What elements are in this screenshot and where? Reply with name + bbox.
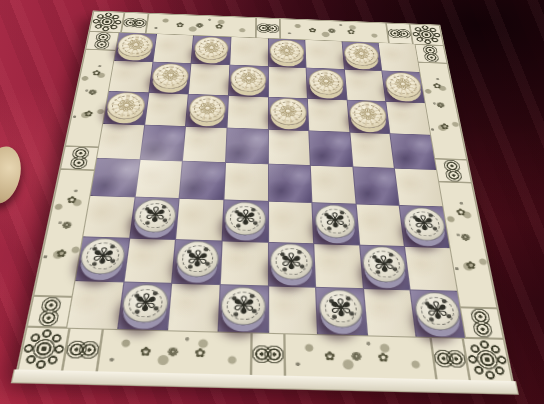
piece-blue[interactable]: ✾ [221, 286, 266, 326]
square-a6[interactable] [83, 196, 134, 237]
piece-blue[interactable]: ✾ [270, 243, 313, 280]
piece-white[interactable]: ❁ [193, 36, 229, 60]
blue-carving-icon: ✾ [186, 248, 210, 271]
blue-carving-icon: ✾ [324, 211, 346, 232]
square-e8[interactable] [269, 286, 318, 334]
circle-medallion-icon [415, 44, 448, 63]
square-d6[interactable]: ✾ [223, 200, 268, 241]
square-a2[interactable] [109, 61, 152, 92]
square-e3[interactable]: ❁ [268, 97, 308, 130]
circle-medallion-icon [60, 146, 99, 170]
piece-white[interactable]: ❁ [270, 39, 305, 63]
square-b7[interactable] [124, 238, 175, 282]
square-e7[interactable]: ✾ [269, 242, 316, 286]
piece-white[interactable]: ❁ [349, 101, 388, 129]
square-d2[interactable]: ❁ [229, 65, 268, 96]
square-c7[interactable]: ✾ [173, 240, 222, 284]
square-g6[interactable] [356, 205, 404, 246]
white-carving-icon: ❁ [126, 38, 146, 53]
square-a5[interactable] [91, 159, 140, 197]
blue-carving-icon: ✾ [132, 291, 158, 316]
white-carving-icon: ❁ [197, 100, 217, 117]
circle-medallion-icon [434, 158, 472, 182]
piece-white[interactable]: ❁ [308, 69, 345, 95]
square-e5[interactable] [268, 164, 311, 202]
square-b6[interactable]: ✾ [130, 198, 179, 239]
piece-white[interactable]: ❁ [230, 66, 266, 92]
piece-white[interactable]: ❁ [270, 98, 307, 126]
square-d4[interactable] [226, 128, 268, 163]
piece-blue[interactable]: ✾ [402, 207, 447, 241]
square-a3[interactable]: ❁ [103, 91, 148, 124]
piece-blue[interactable]: ✾ [224, 201, 266, 235]
square-h7[interactable] [405, 246, 456, 290]
square-f1[interactable] [305, 40, 343, 69]
white-carving-icon: ❁ [202, 41, 221, 56]
square-b2[interactable]: ❁ [149, 62, 191, 93]
photo-scene: ✿ ❁ ✿ ✿ ❁ ✿ ✿ ❁ ✿ ✿ ❁ ✿ ❁❁❁❁❁❁❁❁❁❁❁❁✾✾✾✾… [0, 0, 544, 404]
square-h3[interactable] [387, 101, 431, 134]
piece-blue[interactable]: ✾ [121, 283, 170, 323]
square-g2[interactable] [345, 70, 386, 101]
square-a1[interactable]: ❁ [114, 33, 156, 62]
square-c2[interactable] [189, 64, 229, 95]
piece-blue[interactable]: ✾ [78, 238, 127, 275]
board-grid: ❁❁❁❁❁❁❁❁❁❁❁❁✾✾✾✾✾✾✾✾✾✾✾✾ [67, 33, 465, 338]
square-a4[interactable] [97, 124, 144, 160]
board-wrap: ✿ ❁ ✿ ✿ ❁ ✿ ✿ ❁ ✿ ✿ ❁ ✿ ❁❁❁❁❁❁❁❁❁❁❁❁✾✾✾✾… [63, 0, 473, 393]
square-h6[interactable]: ✾ [400, 206, 449, 247]
square-c8[interactable] [168, 284, 219, 332]
rosette-medallion-icon [409, 24, 443, 46]
circle-medallion-icon [27, 296, 73, 328]
blue-carving-icon: ✾ [280, 250, 302, 273]
floral-openwork-tile: ✿ ❁ ✿ [284, 333, 436, 380]
square-g1[interactable]: ❁ [342, 41, 381, 70]
square-h2[interactable]: ❁ [383, 71, 425, 102]
circle-medallion-icon [121, 12, 149, 33]
piece-white[interactable]: ❁ [106, 92, 147, 120]
blue-carving-icon: ✾ [90, 245, 116, 268]
square-h8[interactable]: ✾ [411, 290, 465, 338]
piece-blue[interactable]: ✾ [413, 291, 462, 331]
square-b1[interactable] [153, 34, 193, 63]
white-carving-icon: ❁ [352, 47, 371, 62]
square-h5[interactable] [395, 169, 442, 207]
piece-blue[interactable]: ✾ [175, 241, 220, 278]
square-f8[interactable]: ✾ [316, 288, 366, 336]
white-carving-icon: ❁ [278, 44, 296, 59]
square-c4[interactable] [183, 127, 226, 163]
piece-blue[interactable]: ✾ [132, 199, 177, 233]
square-g4[interactable] [350, 132, 394, 167]
blue-carving-icon: ✾ [232, 293, 256, 318]
square-f5[interactable] [311, 166, 355, 204]
rosette-medallion-icon [89, 11, 124, 33]
square-a8[interactable] [67, 281, 123, 329]
square-g5[interactable] [353, 167, 399, 205]
square-g7[interactable]: ✾ [360, 245, 410, 289]
square-c5[interactable] [180, 161, 225, 199]
square-d5[interactable] [224, 163, 267, 201]
blue-carving-icon: ✾ [143, 205, 167, 226]
blue-carving-icon: ✾ [424, 299, 450, 324]
circle-medallion-icon [251, 332, 285, 376]
piece-white[interactable]: ❁ [384, 72, 423, 98]
white-carving-icon: ❁ [358, 106, 379, 123]
square-h4[interactable] [391, 134, 436, 169]
white-carving-icon: ❁ [279, 103, 298, 120]
floral-openwork-tile: ✿ ❁ ✿ [97, 329, 252, 376]
circle-medallion-icon [460, 307, 504, 339]
square-e2[interactable] [268, 67, 307, 98]
circle-medallion-icon [256, 18, 280, 39]
piece-white[interactable]: ❁ [116, 33, 154, 57]
square-c3[interactable]: ❁ [186, 94, 228, 127]
blue-carving-icon: ✾ [372, 253, 396, 276]
circle-medallion-icon [85, 31, 119, 50]
blue-carving-icon: ✾ [412, 213, 436, 234]
square-a7[interactable]: ✾ [76, 237, 129, 281]
square-b5[interactable] [135, 160, 182, 198]
square-e1[interactable]: ❁ [268, 39, 305, 68]
square-e4[interactable] [268, 130, 309, 165]
square-d1[interactable] [230, 37, 267, 66]
blue-carving-icon: ✾ [329, 296, 353, 321]
square-h1[interactable] [379, 43, 419, 72]
piece-white[interactable]: ❁ [344, 42, 380, 66]
square-f3[interactable] [308, 99, 349, 132]
piece-blue[interactable]: ✾ [318, 289, 364, 329]
square-g3[interactable]: ❁ [347, 100, 389, 133]
square-g8[interactable] [364, 289, 416, 337]
blue-carving-icon: ✾ [235, 208, 257, 229]
white-carving-icon: ❁ [393, 77, 413, 93]
white-carving-icon: ❁ [239, 71, 258, 87]
white-carving-icon: ❁ [160, 68, 180, 84]
piece-blue[interactable]: ✾ [362, 246, 408, 283]
square-f6[interactable]: ✾ [313, 203, 359, 244]
square-b8[interactable]: ✾ [118, 282, 171, 330]
square-d7[interactable] [221, 241, 268, 285]
piece-blue[interactable]: ✾ [314, 204, 357, 238]
square-d8[interactable]: ✾ [219, 285, 268, 333]
square-f4[interactable] [309, 131, 352, 166]
piece-white[interactable]: ❁ [151, 63, 189, 89]
square-f2[interactable]: ❁ [307, 68, 347, 99]
square-e6[interactable] [269, 202, 314, 243]
rosette-medallion-icon [463, 338, 513, 382]
square-b4[interactable] [140, 125, 185, 161]
square-c1[interactable]: ❁ [192, 36, 231, 65]
white-carving-icon: ❁ [317, 74, 336, 90]
square-d3[interactable] [227, 96, 267, 129]
checkers-board: ✿ ❁ ✿ ✿ ❁ ✿ ✿ ❁ ✿ ✿ ❁ ✿ ❁❁❁❁❁❁❁❁❁❁❁❁✾✾✾✾… [16, 10, 514, 383]
rosette-medallion-icon [17, 327, 69, 372]
square-c6[interactable] [176, 199, 223, 240]
square-b3[interactable] [145, 93, 188, 126]
white-carving-icon: ❁ [115, 97, 137, 114]
piece-white[interactable]: ❁ [188, 95, 226, 123]
square-f7[interactable] [314, 244, 362, 288]
